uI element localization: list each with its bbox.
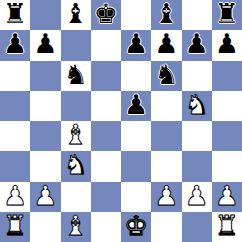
square-a1[interactable]: ♜	[0, 212, 30, 242]
square-b6[interactable]	[30, 61, 60, 91]
square-b8[interactable]	[30, 0, 60, 30]
square-a4[interactable]	[0, 121, 30, 151]
square-h8[interactable]: ♜	[212, 0, 242, 30]
square-g4[interactable]	[182, 121, 212, 151]
square-c1[interactable]: ♝	[61, 212, 91, 242]
square-c3[interactable]: ♞	[61, 151, 91, 181]
piece-white-pawn[interactable]: ♟	[215, 181, 239, 211]
piece-black-king[interactable]: ♚	[94, 0, 118, 29]
square-f1[interactable]	[151, 212, 181, 242]
square-d7[interactable]	[91, 30, 121, 60]
piece-white-pawn[interactable]: ♟	[154, 181, 178, 211]
square-c4[interactable]: ♝	[61, 121, 91, 151]
square-b1[interactable]	[30, 212, 60, 242]
square-f7[interactable]: ♟	[151, 30, 181, 60]
piece-black-rook[interactable]: ♜	[3, 0, 27, 29]
piece-white-bishop[interactable]: ♝	[64, 211, 88, 241]
square-g5[interactable]: ♞	[182, 91, 212, 121]
square-f8[interactable]: ♝	[151, 0, 181, 30]
square-f2[interactable]: ♟	[151, 182, 181, 212]
square-f4[interactable]	[151, 121, 181, 151]
square-e8[interactable]	[121, 0, 151, 30]
piece-black-knight[interactable]: ♞	[64, 60, 88, 90]
piece-white-rook[interactable]: ♜	[215, 211, 239, 241]
square-g8[interactable]	[182, 0, 212, 30]
piece-white-knight[interactable]: ♞	[64, 150, 88, 180]
square-d6[interactable]	[91, 61, 121, 91]
piece-black-knight[interactable]: ♞	[154, 60, 178, 90]
square-h6[interactable]	[212, 61, 242, 91]
piece-black-bishop[interactable]: ♝	[64, 0, 88, 29]
piece-black-bishop[interactable]: ♝	[154, 0, 178, 29]
square-c7[interactable]	[61, 30, 91, 60]
square-c8[interactable]: ♝	[61, 0, 91, 30]
square-g7[interactable]: ♟	[182, 30, 212, 60]
square-e3[interactable]	[121, 151, 151, 181]
piece-white-pawn[interactable]: ♟	[3, 181, 27, 211]
square-d5[interactable]	[91, 91, 121, 121]
square-e2[interactable]	[121, 182, 151, 212]
square-h3[interactable]	[212, 151, 242, 181]
piece-black-pawn[interactable]: ♟	[124, 29, 148, 59]
square-c2[interactable]	[61, 182, 91, 212]
piece-black-pawn[interactable]: ♟	[33, 29, 57, 59]
square-b4[interactable]	[30, 121, 60, 151]
square-f3[interactable]	[151, 151, 181, 181]
square-g1[interactable]	[182, 212, 212, 242]
piece-black-pawn[interactable]: ♟	[215, 29, 239, 59]
square-e1[interactable]: ♚	[121, 212, 151, 242]
square-a6[interactable]	[0, 61, 30, 91]
square-a7[interactable]: ♟	[0, 30, 30, 60]
piece-black-pawn[interactable]: ♟	[124, 90, 148, 120]
square-h1[interactable]: ♜	[212, 212, 242, 242]
square-d2[interactable]	[91, 182, 121, 212]
square-c5[interactable]	[61, 91, 91, 121]
piece-white-rook[interactable]: ♜	[3, 211, 27, 241]
square-h2[interactable]: ♟	[212, 182, 242, 212]
square-g2[interactable]: ♟	[182, 182, 212, 212]
square-b2[interactable]: ♟	[30, 182, 60, 212]
square-e4[interactable]	[121, 121, 151, 151]
square-f5[interactable]	[151, 91, 181, 121]
square-d8[interactable]: ♚	[91, 0, 121, 30]
square-a5[interactable]	[0, 91, 30, 121]
square-d3[interactable]	[91, 151, 121, 181]
piece-white-bishop[interactable]: ♝	[64, 120, 88, 150]
square-b3[interactable]	[30, 151, 60, 181]
square-a2[interactable]: ♟	[0, 182, 30, 212]
square-d4[interactable]	[91, 121, 121, 151]
piece-black-pawn[interactable]: ♟	[154, 29, 178, 59]
square-h5[interactable]	[212, 91, 242, 121]
piece-white-pawn[interactable]: ♟	[185, 181, 209, 211]
piece-white-pawn[interactable]: ♟	[33, 181, 57, 211]
piece-white-knight[interactable]: ♞	[185, 90, 209, 120]
square-g3[interactable]	[182, 151, 212, 181]
piece-black-rook[interactable]: ♜	[215, 0, 239, 29]
square-b7[interactable]: ♟	[30, 30, 60, 60]
square-h4[interactable]	[212, 121, 242, 151]
square-e6[interactable]	[121, 61, 151, 91]
square-e5[interactable]: ♟	[121, 91, 151, 121]
square-e7[interactable]: ♟	[121, 30, 151, 60]
square-g6[interactable]	[182, 61, 212, 91]
square-a8[interactable]: ♜	[0, 0, 30, 30]
square-d1[interactable]	[91, 212, 121, 242]
chess-board: ♜♝♚♝♜♟♟♟♟♟♟♞♞♟♞♝♞♟♟♟♟♟♜♝♚♜	[0, 0, 242, 242]
square-b5[interactable]	[30, 91, 60, 121]
square-f6[interactable]: ♞	[151, 61, 181, 91]
piece-white-king[interactable]: ♚	[124, 211, 148, 241]
square-h7[interactable]: ♟	[212, 30, 242, 60]
square-a3[interactable]	[0, 151, 30, 181]
piece-black-pawn[interactable]: ♟	[185, 29, 209, 59]
piece-black-pawn[interactable]: ♟	[3, 29, 27, 59]
square-c6[interactable]: ♞	[61, 61, 91, 91]
